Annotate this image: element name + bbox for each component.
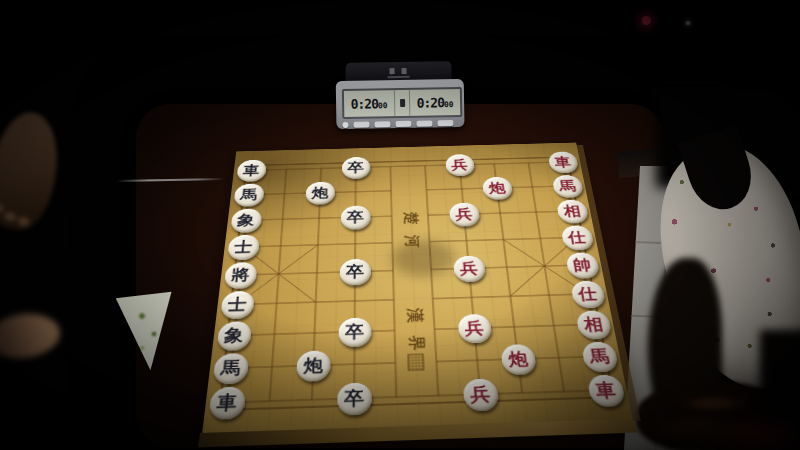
board-point: [520, 225, 561, 253]
board-point: 帥: [561, 251, 604, 280]
board-point: [409, 202, 447, 229]
board-point: [456, 343, 500, 377]
board-point: [411, 255, 451, 285]
clock-button[interactable]: [395, 121, 411, 127]
board-point: [256, 288, 297, 319]
xiangqi-piece-red[interactable]: 相: [575, 310, 613, 339]
board-point: [290, 382, 334, 419]
xiangqi-piece-red[interactable]: 馬: [551, 175, 584, 198]
board-point: [541, 374, 588, 410]
board-point: [481, 200, 520, 227]
board-point: [336, 230, 374, 258]
board-point: [268, 157, 305, 182]
board-point: 車: [582, 372, 630, 408]
board-point: [516, 199, 556, 226]
xiangqi-piece-red[interactable]: 兵: [445, 154, 475, 176]
board-point: [337, 179, 373, 205]
board-point: 相: [552, 198, 593, 225]
xiangqi-piece-red[interactable]: 兵: [452, 255, 485, 282]
clock-button-row: [342, 119, 458, 129]
board-point: [524, 252, 566, 281]
board-point: [374, 314, 415, 347]
xiangqi-piece-black[interactable]: 象: [216, 321, 252, 351]
xiangqi-piece-red[interactable]: 仕: [570, 280, 607, 308]
clock-button[interactable]: [437, 120, 453, 126]
xiangqi-piece-red[interactable]: 兵: [462, 378, 499, 411]
clock-button[interactable]: [416, 120, 432, 126]
board-point: [499, 375, 545, 411]
xiangqi-piece-black[interactable]: 卒: [340, 205, 370, 230]
board-point: 卒: [334, 316, 375, 349]
board-point: [374, 256, 413, 286]
xiangqi-piece-black[interactable]: 車: [208, 386, 246, 419]
board-point: 卒: [336, 257, 375, 287]
dark-red-reflection: [712, 414, 800, 450]
board-point: [415, 345, 458, 379]
board-point: [447, 227, 486, 255]
red-led-light: [642, 16, 651, 25]
board-point: [261, 232, 300, 260]
board-point: [408, 177, 445, 203]
xiangqi-piece-red[interactable]: 仕: [560, 225, 595, 250]
toe: [3, 211, 17, 222]
board-point: [407, 154, 443, 179]
board-point: 卒: [333, 380, 376, 416]
board-point: 仕: [566, 279, 610, 310]
board-point: [493, 311, 537, 344]
board-point: 士: [223, 233, 263, 261]
board-point: 兵: [441, 153, 478, 178]
board-point: [443, 176, 481, 202]
xiangqi-piece-red[interactable]: 車: [547, 151, 579, 173]
board-point: [375, 379, 418, 415]
board-point: [510, 151, 548, 175]
xiangqi-piece-black[interactable]: 卒: [341, 156, 370, 178]
bare-foot: [0, 107, 68, 236]
board-point: 將: [219, 260, 260, 290]
board-point: 仕: [556, 224, 598, 252]
board-point: 象: [226, 207, 265, 234]
board-point: 相: [571, 308, 616, 340]
xiangqi-piece-red[interactable]: 炮: [481, 176, 513, 199]
board-point: [333, 347, 375, 382]
board-point: 車: [232, 158, 269, 183]
xiangqi-piece-red[interactable]: 帥: [565, 252, 601, 279]
board-point: [528, 280, 571, 311]
toe: [0, 202, 5, 213]
board-point: [373, 203, 410, 230]
board-point: [250, 350, 294, 385]
xiangqi-piece-black[interactable]: 卒: [338, 317, 371, 347]
board-point: 車: [204, 384, 250, 421]
board-point: [413, 283, 454, 314]
digital-chess-clock: 0:2000 0:2000: [335, 61, 464, 133]
board-point: [486, 253, 527, 282]
board-point: [373, 178, 409, 204]
xiangqi-piece-black[interactable]: 炮: [305, 181, 335, 204]
xiangqi-piece-red[interactable]: 兵: [457, 313, 492, 343]
xiangqi-piece-black[interactable]: 馬: [233, 183, 264, 207]
xiangqi-piece-red[interactable]: 炮: [500, 344, 537, 375]
board-point: [265, 181, 302, 207]
board-point: [374, 284, 414, 315]
xiangqi-piece-red[interactable]: 馬: [580, 341, 619, 372]
xiangqi-piece-black[interactable]: 炮: [296, 350, 331, 381]
board-point: 炮: [302, 180, 339, 206]
lcd-middle-indicator: [394, 90, 410, 116]
board-point: [483, 226, 523, 254]
board-point: [293, 317, 334, 350]
board-point: 炮: [496, 342, 541, 376]
board-point: [253, 318, 295, 351]
board-point: 卒: [338, 155, 373, 180]
xiangqi-piece-black[interactable]: 象: [230, 208, 262, 233]
lcd-display: 0:2000 0:2000: [342, 87, 463, 119]
board-point: [299, 231, 337, 259]
xiangqi-piece-black[interactable]: 士: [227, 234, 260, 260]
xiangqi-piece-red[interactable]: 相: [555, 199, 589, 223]
board-point: 炮: [478, 175, 516, 201]
board-point: 炮: [292, 348, 335, 383]
board-point: 兵: [445, 201, 483, 228]
board-point: 兵: [458, 376, 503, 412]
right-player-time: 0:2000: [410, 94, 460, 110]
board-point: 象: [212, 319, 256, 352]
xiangqi-board: 楚 河 漢 界 車卒兵車馬炮炮馬象卒兵相士仕將卒兵帥士仕象卒兵相馬炮炮馬車卒兵車: [202, 143, 632, 433]
board-point: 士: [216, 289, 258, 320]
board-point: 馬: [548, 173, 588, 199]
board-point: [451, 282, 493, 313]
dark-room-scene: 0:2000 0:2000 楚 河 漢 界: [0, 0, 800, 450]
board-point: [297, 258, 336, 288]
board-point: [410, 228, 449, 256]
board-point: [247, 383, 292, 420]
board-point: [303, 156, 339, 181]
board-point: 馬: [208, 351, 253, 386]
xiangqi-piece-red[interactable]: 兵: [448, 202, 480, 226]
board-point: [417, 378, 461, 414]
white-led-light: [686, 21, 690, 25]
board-point: [300, 205, 337, 232]
clock-button[interactable]: [353, 122, 369, 128]
board-point: [414, 313, 456, 346]
board-intersections-grid: 車卒兵車馬炮炮馬象卒兵相士仕將卒兵帥士仕象卒兵相馬炮炮馬車卒兵車: [204, 150, 630, 421]
xiangqi-piece-black[interactable]: 卒: [337, 382, 372, 415]
board-point: 馬: [576, 340, 623, 374]
board-point: [258, 259, 298, 289]
board-point: [476, 152, 513, 176]
clock-brand-logo: [401, 68, 406, 74]
board-point: 兵: [449, 254, 489, 284]
clock-brand-logo: [388, 76, 410, 78]
clock-power-button[interactable]: [342, 122, 348, 128]
board-point: 馬: [229, 182, 267, 208]
xiangqi-piece-black[interactable]: 卒: [339, 258, 370, 285]
move-indicator-icon: [400, 99, 405, 107]
board-point: 車: [544, 150, 583, 174]
xiangqi-piece-red[interactable]: 車: [586, 374, 626, 407]
board-point: [513, 174, 552, 200]
board-point: [373, 154, 408, 179]
xiangqi-piece-black[interactable]: 車: [236, 159, 267, 182]
board-point: 卒: [337, 204, 374, 231]
xiangqi-piece-black[interactable]: 將: [223, 262, 257, 289]
clock-brand-logo: [389, 68, 394, 74]
board-point: [536, 341, 582, 375]
hand-finger: [0, 310, 62, 362]
board-point: [489, 281, 531, 312]
xiangqi-piece-black[interactable]: 士: [220, 290, 255, 319]
board-point: [375, 346, 417, 381]
board-point: [263, 206, 301, 233]
board-point: 兵: [453, 312, 496, 345]
clock-body: 0:2000 0:2000: [336, 79, 465, 129]
board-point: [532, 310, 577, 342]
clock-button[interactable]: [374, 121, 390, 127]
toe: [17, 216, 31, 227]
board-point: [335, 286, 375, 317]
left-player-time: 0:2000: [344, 96, 394, 112]
xiangqi-piece-black[interactable]: 馬: [212, 352, 249, 384]
board-point: [295, 287, 335, 318]
board-point: [374, 229, 412, 257]
